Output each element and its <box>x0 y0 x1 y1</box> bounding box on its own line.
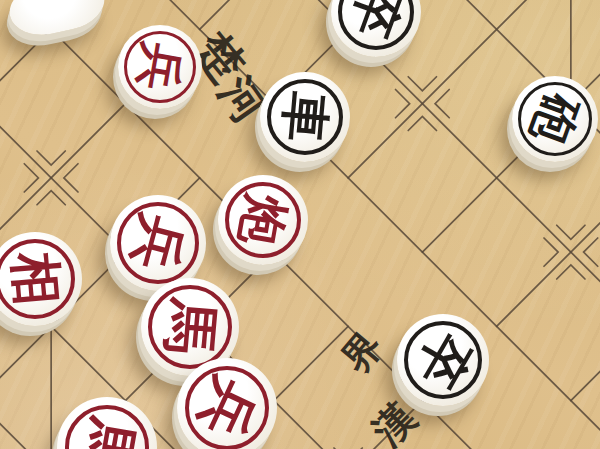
piece-black-cannon[interactable]: 砲 <box>512 76 598 162</box>
piece-black-soldier-a[interactable]: 卒 <box>331 0 421 57</box>
piece-red-horse-b[interactable]: 馬 <box>57 397 157 449</box>
piece-glyph-red-soldier-a: 兵 <box>111 18 208 115</box>
piece-glyph-red-cannon: 炮 <box>211 168 315 272</box>
piece-red-elephant[interactable]: 相 <box>0 232 82 326</box>
piece-red-soldier-c[interactable]: 兵 <box>177 358 277 449</box>
xiangqi-board-photo: 楚河界漢卒兵車砲炮兵相馬卒兵馬 <box>0 0 600 449</box>
piece-black-chariot[interactable]: 車 <box>260 72 350 162</box>
piece-red-soldier-a[interactable]: 兵 <box>118 25 202 109</box>
piece-black-soldier-b[interactable]: 卒 <box>397 314 489 406</box>
piece-glyph-red-elephant: 相 <box>0 228 86 330</box>
piece-glyph-black-chariot: 車 <box>256 68 354 166</box>
piece-red-cannon[interactable]: 炮 <box>218 175 308 265</box>
